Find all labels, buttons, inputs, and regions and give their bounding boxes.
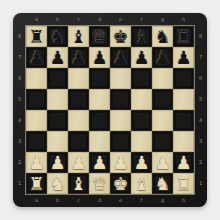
rank-label: 4 — [194, 110, 207, 131]
rank-label: 8 — [13, 26, 26, 47]
square-c3[interactable] — [68, 131, 89, 152]
piece-black-king: ♚ — [112, 26, 128, 47]
rank-label: 3 — [13, 131, 26, 152]
square-a3[interactable] — [26, 131, 47, 152]
photo-background: abcdefgh 87654321 ♜♞♝♛♚♝♞♜♟♟♟♟♟♟♟♟♟♟♟♟♟♟… — [0, 0, 220, 220]
piece-white-pawn: ♟ — [70, 152, 86, 173]
square-d7[interactable]: ♟ — [89, 47, 110, 68]
square-a8[interactable]: ♜ — [26, 26, 47, 47]
square-g5[interactable] — [152, 89, 173, 110]
square-d8[interactable]: ♛ — [89, 26, 110, 47]
rank-labels-right: 87654321 — [194, 26, 207, 194]
file-label: c — [68, 13, 89, 26]
file-label: f — [131, 194, 152, 207]
piece-white-bishop: ♝ — [70, 173, 86, 194]
square-d5[interactable] — [89, 89, 110, 110]
piece-white-knight: ♞ — [49, 173, 65, 194]
square-b4[interactable] — [47, 110, 68, 131]
square-d2[interactable]: ♟ — [89, 152, 110, 173]
piece-black-pawn: ♟ — [175, 47, 191, 68]
square-d6[interactable] — [89, 68, 110, 89]
rank-label: 5 — [13, 89, 26, 110]
file-label: h — [173, 194, 194, 207]
piece-black-pawn: ♟ — [133, 47, 149, 68]
square-f4[interactable] — [131, 110, 152, 131]
square-g8[interactable]: ♞ — [152, 26, 173, 47]
rank-label: 2 — [13, 152, 26, 173]
square-f1[interactable]: ♝ — [131, 173, 152, 194]
square-b5[interactable] — [47, 89, 68, 110]
rank-label: 3 — [194, 131, 207, 152]
file-labels-top: abcdefgh — [26, 13, 194, 26]
rank-label: 1 — [13, 173, 26, 194]
square-c7[interactable]: ♟ — [68, 47, 89, 68]
square-e2[interactable]: ♟ — [110, 152, 131, 173]
piece-white-pawn: ♟ — [91, 152, 107, 173]
piece-white-pawn: ♟ — [28, 152, 44, 173]
square-h2[interactable]: ♟ — [173, 152, 194, 173]
square-c6[interactable] — [68, 68, 89, 89]
square-b7[interactable]: ♟ — [47, 47, 68, 68]
rank-labels-left: 87654321 — [13, 26, 26, 194]
square-a4[interactable] — [26, 110, 47, 131]
piece-black-pawn: ♟ — [28, 47, 44, 68]
rank-label: 1 — [194, 173, 207, 194]
square-g2[interactable]: ♟ — [152, 152, 173, 173]
file-label: e — [110, 194, 131, 207]
piece-black-pawn: ♟ — [91, 47, 107, 68]
piece-black-rook: ♜ — [28, 26, 44, 47]
piece-black-knight: ♞ — [49, 26, 65, 47]
file-label: h — [173, 13, 194, 26]
square-e5[interactable] — [110, 89, 131, 110]
square-h4[interactable] — [173, 110, 194, 131]
rank-label: 6 — [13, 68, 26, 89]
square-f8[interactable]: ♝ — [131, 26, 152, 47]
rank-label: 7 — [194, 47, 207, 68]
piece-white-pawn: ♟ — [49, 152, 65, 173]
piece-white-queen: ♛ — [91, 173, 107, 194]
square-b3[interactable] — [47, 131, 68, 152]
square-b2[interactable]: ♟ — [47, 152, 68, 173]
board-squares: ♜♞♝♛♚♝♞♜♟♟♟♟♟♟♟♟♟♟♟♟♟♟♟♟♜♞♝♛♚♝♞♜ — [26, 26, 194, 194]
square-b8[interactable]: ♞ — [47, 26, 68, 47]
piece-white-pawn: ♟ — [154, 152, 170, 173]
piece-white-pawn: ♟ — [133, 152, 149, 173]
square-b1[interactable]: ♞ — [47, 173, 68, 194]
square-c4[interactable] — [68, 110, 89, 131]
piece-black-pawn: ♟ — [70, 47, 86, 68]
piece-white-rook: ♜ — [175, 173, 191, 194]
square-f5[interactable] — [131, 89, 152, 110]
rank-label: 5 — [194, 89, 207, 110]
square-a2[interactable]: ♟ — [26, 152, 47, 173]
square-d4[interactable] — [89, 110, 110, 131]
square-f2[interactable]: ♟ — [131, 152, 152, 173]
square-g6[interactable] — [152, 68, 173, 89]
square-f6[interactable] — [131, 68, 152, 89]
rank-label: 8 — [194, 26, 207, 47]
square-e7[interactable]: ♟ — [110, 47, 131, 68]
square-c8[interactable]: ♝ — [68, 26, 89, 47]
square-a7[interactable]: ♟ — [26, 47, 47, 68]
square-d3[interactable] — [89, 131, 110, 152]
piece-black-queen: ♛ — [91, 26, 107, 47]
square-g1[interactable]: ♞ — [152, 173, 173, 194]
piece-white-pawn: ♟ — [112, 152, 128, 173]
piece-black-bishop: ♝ — [133, 26, 149, 47]
file-label: d — [89, 13, 110, 26]
square-e8[interactable]: ♚ — [110, 26, 131, 47]
piece-white-rook: ♜ — [28, 173, 44, 194]
square-h1[interactable]: ♜ — [173, 173, 194, 194]
square-h6[interactable] — [173, 68, 194, 89]
square-g7[interactable]: ♟ — [152, 47, 173, 68]
square-c5[interactable] — [68, 89, 89, 110]
square-a5[interactable] — [26, 89, 47, 110]
piece-white-knight: ♞ — [154, 173, 170, 194]
square-c1[interactable]: ♝ — [68, 173, 89, 194]
file-label: b — [47, 194, 68, 207]
piece-white-king: ♚ — [112, 173, 128, 194]
piece-black-rook: ♜ — [175, 26, 191, 47]
file-label: d — [89, 194, 110, 207]
file-label: f — [131, 13, 152, 26]
file-label: b — [47, 13, 68, 26]
file-label: a — [26, 194, 47, 207]
square-h8[interactable]: ♜ — [173, 26, 194, 47]
square-a1[interactable]: ♜ — [26, 173, 47, 194]
rank-label: 6 — [194, 68, 207, 89]
square-e4[interactable] — [110, 110, 131, 131]
piece-black-knight: ♞ — [154, 26, 170, 47]
square-e3[interactable] — [110, 131, 131, 152]
file-label: c — [68, 194, 89, 207]
square-b6[interactable] — [47, 68, 68, 89]
rank-label: 4 — [13, 110, 26, 131]
square-g4[interactable] — [152, 110, 173, 131]
square-g3[interactable] — [152, 131, 173, 152]
square-f7[interactable]: ♟ — [131, 47, 152, 68]
piece-black-pawn: ♟ — [49, 47, 65, 68]
square-e1[interactable]: ♚ — [110, 173, 131, 194]
square-f3[interactable] — [131, 131, 152, 152]
piece-black-bishop: ♝ — [70, 26, 86, 47]
square-e6[interactable] — [110, 68, 131, 89]
square-h5[interactable] — [173, 89, 194, 110]
rank-label: 2 — [194, 152, 207, 173]
square-h7[interactable]: ♟ — [173, 47, 194, 68]
square-h3[interactable] — [173, 131, 194, 152]
piece-white-bishop: ♝ — [133, 173, 149, 194]
piece-white-pawn: ♟ — [175, 152, 191, 173]
chess-board: abcdefgh 87654321 ♜♞♝♛♚♝♞♜♟♟♟♟♟♟♟♟♟♟♟♟♟♟… — [13, 13, 207, 207]
piece-black-pawn: ♟ — [154, 47, 170, 68]
square-d1[interactable]: ♛ — [89, 173, 110, 194]
file-label: g — [152, 13, 173, 26]
file-label: a — [26, 13, 47, 26]
piece-black-pawn: ♟ — [112, 47, 128, 68]
file-labels-bottom: abcdefgh — [26, 194, 194, 207]
file-label: e — [110, 13, 131, 26]
square-a6[interactable] — [26, 68, 47, 89]
file-label: g — [152, 194, 173, 207]
rank-label: 7 — [13, 47, 26, 68]
square-c2[interactable]: ♟ — [68, 152, 89, 173]
